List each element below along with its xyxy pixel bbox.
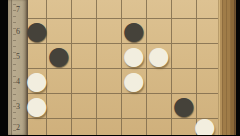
board-cell[interactable]: [97, 44, 122, 69]
black-stone[interactable]: ●: [173, 97, 195, 116]
board-cell[interactable]: ●: [28, 19, 47, 44]
board-cell[interactable]: [72, 0, 97, 19]
white-stone[interactable]: ●: [194, 118, 216, 136]
right-wood-rail: [218, 0, 236, 135]
board-cell[interactable]: [47, 0, 72, 19]
row-label: 3: [8, 94, 28, 119]
board-cell[interactable]: ●: [197, 119, 218, 135]
row-label: 4: [8, 69, 28, 94]
white-stone[interactable]: ●: [26, 72, 48, 91]
board-cell[interactable]: [97, 19, 122, 44]
row-ruler: 765432: [8, 0, 28, 135]
row-label: 5: [8, 44, 28, 69]
board-cell[interactable]: [72, 19, 97, 44]
board-cell[interactable]: [147, 119, 172, 135]
white-stone[interactable]: ●: [123, 72, 145, 91]
board-cell[interactable]: [47, 119, 72, 135]
game-board: ●●●●●●●●●●: [28, 0, 218, 135]
black-stone[interactable]: ●: [123, 22, 145, 41]
white-stone[interactable]: ●: [123, 47, 145, 66]
board-cell[interactable]: [172, 19, 197, 44]
board-cell[interactable]: [72, 44, 97, 69]
board-cell[interactable]: ●: [47, 44, 72, 69]
board-cell[interactable]: [97, 69, 122, 94]
row-label: 2: [8, 119, 28, 135]
board-cell[interactable]: [147, 69, 172, 94]
board-cell[interactable]: [197, 69, 218, 94]
row-label: 7: [8, 0, 28, 19]
black-stone[interactable]: ●: [48, 47, 70, 66]
board-cell[interactable]: [97, 119, 122, 135]
board-cell[interactable]: [147, 94, 172, 119]
board-cell[interactable]: [172, 0, 197, 19]
board-cell[interactable]: [97, 0, 122, 19]
white-stone[interactable]: ●: [26, 97, 48, 116]
board-cell[interactable]: ●: [122, 69, 147, 94]
board-cell[interactable]: [197, 19, 218, 44]
board-cell[interactable]: [122, 119, 147, 135]
white-stone[interactable]: ●: [148, 47, 170, 66]
board-cell[interactable]: [97, 94, 122, 119]
board-cell[interactable]: [28, 119, 47, 135]
black-stone[interactable]: ●: [26, 22, 48, 41]
video-frame: 765432 ●●●●●●●●●●: [0, 0, 240, 135]
board-cell[interactable]: [47, 94, 72, 119]
board-cell[interactable]: [47, 69, 72, 94]
board-cell[interactable]: ●: [28, 94, 47, 119]
board-cell[interactable]: [72, 69, 97, 94]
board-cell[interactable]: ●: [147, 44, 172, 69]
board-cell[interactable]: [122, 94, 147, 119]
board-cell[interactable]: [147, 0, 172, 19]
board-cell[interactable]: [197, 44, 218, 69]
board-cell[interactable]: [72, 119, 97, 135]
board-cell[interactable]: [72, 94, 97, 119]
board-cell[interactable]: [172, 44, 197, 69]
row-label: 6: [8, 19, 28, 44]
board-cell[interactable]: [197, 0, 218, 19]
